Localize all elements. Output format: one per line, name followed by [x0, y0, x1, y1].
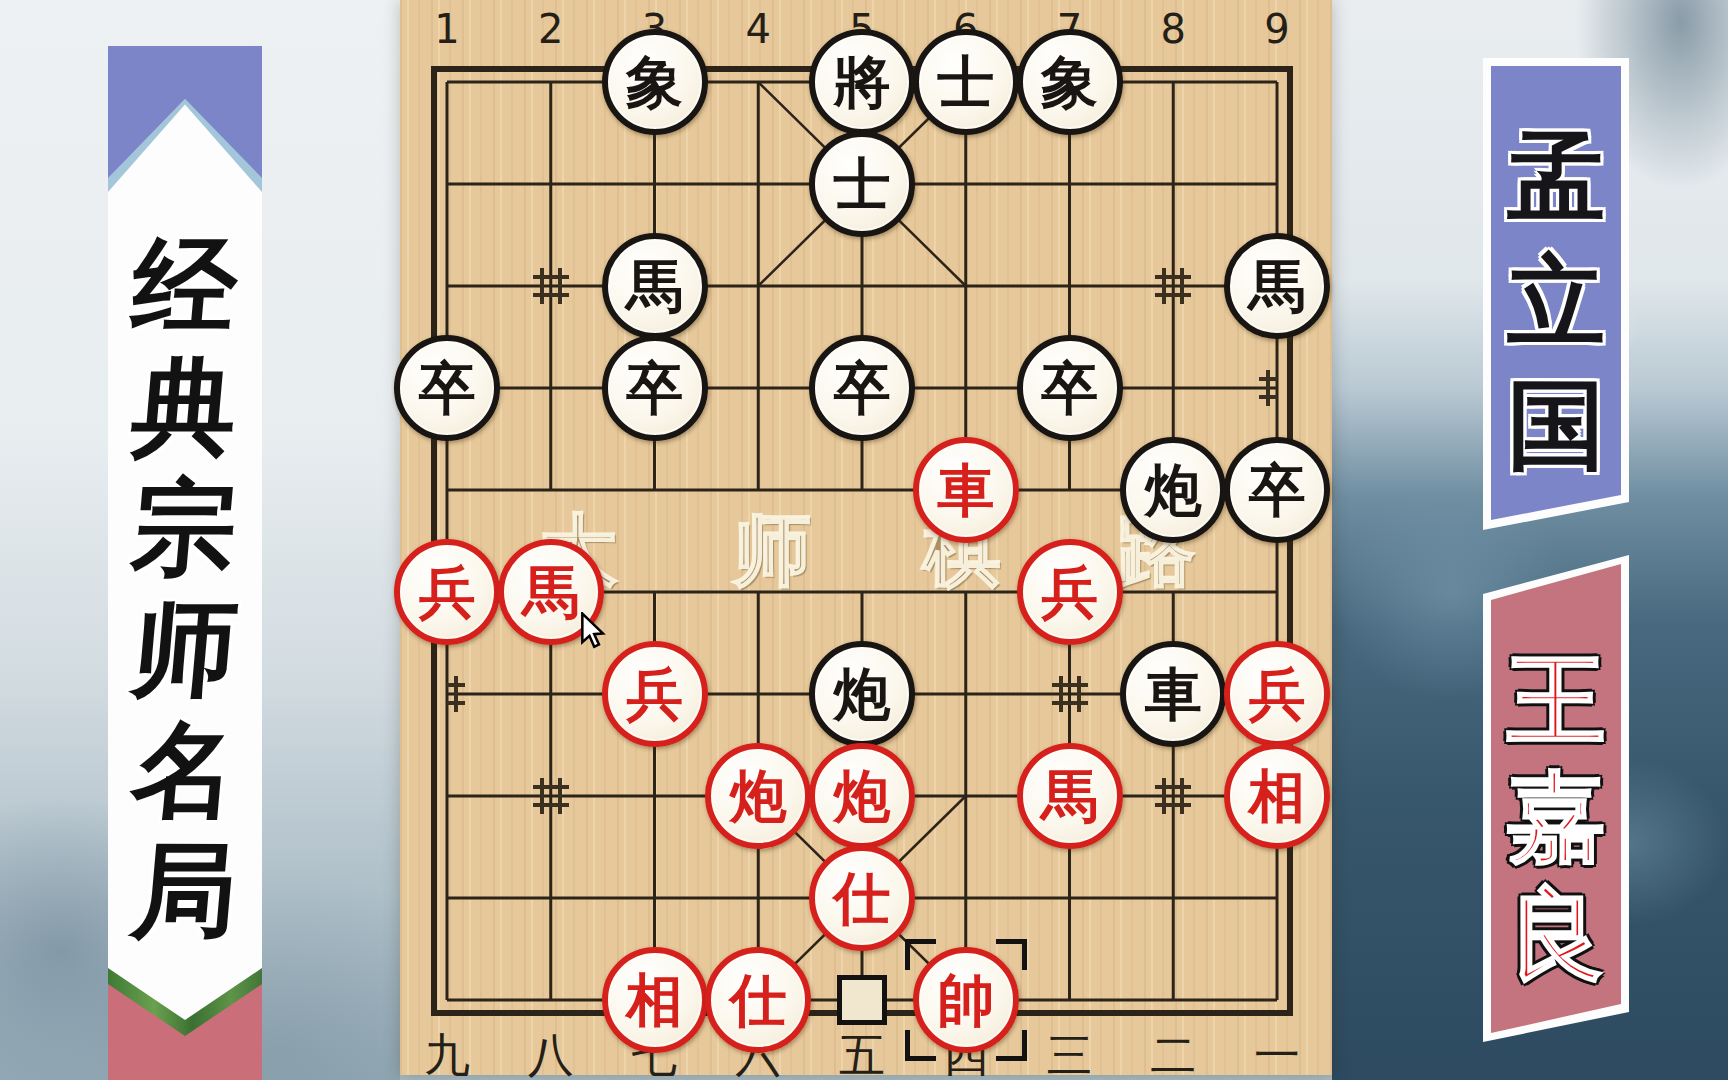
piece-red-elephant-f3r10[interactable]: 相: [602, 947, 708, 1053]
piece-red-chariot-f6r5[interactable]: 車: [913, 437, 1019, 543]
player-black-name-char: 国: [1507, 376, 1605, 474]
player-name-red: 王嘉良: [1483, 651, 1629, 983]
piece-black-elephant-f7r1[interactable]: 象: [1017, 29, 1123, 135]
mouse-cursor: [578, 612, 612, 650]
piece-black-soldier-f7r4[interactable]: 卒: [1017, 335, 1123, 441]
piece-red-cannon-f5r8[interactable]: 炮: [809, 743, 915, 849]
left-banner-char: 经: [128, 234, 241, 338]
left-banner-char: 局: [128, 839, 241, 943]
piece-black-cannon-f8r5[interactable]: 炮: [1120, 437, 1226, 543]
point-marker: [1052, 676, 1088, 712]
piece-black-soldier-f3r4[interactable]: 卒: [602, 335, 708, 441]
left-banner-char: 宗: [128, 476, 241, 580]
column-number-bottom: 三: [1047, 1030, 1093, 1080]
move-from-marker: [837, 975, 887, 1025]
player-name-black: 孟立国: [1483, 128, 1629, 474]
column-number-bottom: 一: [1254, 1030, 1300, 1080]
piece-red-advisor-f4r10[interactable]: 仕: [705, 947, 811, 1053]
piece-black-horse-f3r3[interactable]: 馬: [602, 233, 708, 339]
column-number-top: 1: [434, 6, 459, 52]
point-marker: [533, 268, 569, 304]
column-number-bottom: 九: [424, 1030, 470, 1080]
column-number-bottom: 八: [528, 1030, 574, 1080]
piece-red-soldier-f1r6[interactable]: 兵: [394, 539, 500, 645]
piece-red-elephant-f9r8[interactable]: 相: [1224, 743, 1330, 849]
piece-red-soldier-f9r7[interactable]: 兵: [1224, 641, 1330, 747]
column-number-top: 4: [746, 6, 771, 52]
left-title-banner: 经典宗师名局: [108, 46, 262, 1080]
player-black-name-char: 孟: [1507, 128, 1605, 226]
column-number-top: 9: [1264, 6, 1289, 52]
piece-red-horse-f7r8[interactable]: 馬: [1017, 743, 1123, 849]
column-number-top: 8: [1161, 6, 1186, 52]
piece-black-advisor-f6r1[interactable]: 士: [913, 29, 1019, 135]
point-marker: [1155, 778, 1191, 814]
left-banner-title: 经典宗师名局: [108, 234, 262, 943]
video-frame: 123456789 九八七六五四三二一 大师棋路 象將士象士馬馬卒卒卒卒炮卒炮車…: [0, 0, 1728, 1080]
piece-black-soldier-f9r5[interactable]: 卒: [1224, 437, 1330, 543]
piece-black-soldier-f5r4[interactable]: 卒: [809, 335, 915, 441]
column-number-bottom: 五: [839, 1030, 885, 1080]
point-marker: [1155, 268, 1191, 304]
player-red-name-char: 良: [1507, 885, 1605, 983]
column-number-top: 2: [538, 6, 563, 52]
left-banner-char: 名: [128, 718, 241, 822]
piece-black-king-f5r1[interactable]: 將: [809, 29, 915, 135]
column-number-bottom: 二: [1150, 1030, 1196, 1080]
player-banner-red: 王嘉良: [1483, 550, 1629, 1050]
piece-black-chariot-f8r7[interactable]: 車: [1120, 641, 1226, 747]
move-to-marker: [905, 939, 1027, 1061]
piece-red-cannon-f4r8[interactable]: 炮: [705, 743, 811, 849]
piece-red-soldier-f7r6[interactable]: 兵: [1017, 539, 1123, 645]
piece-black-horse-f9r3[interactable]: 馬: [1224, 233, 1330, 339]
player-black-name-char: 立: [1507, 252, 1605, 350]
player-red-name-char: 王: [1507, 651, 1605, 749]
piece-red-soldier-f3r7[interactable]: 兵: [602, 641, 708, 747]
left-banner-char: 典: [128, 355, 241, 459]
river-watermark-char: 师: [733, 499, 811, 604]
piece-black-elephant-f3r1[interactable]: 象: [602, 29, 708, 135]
piece-black-soldier-f1r4[interactable]: 卒: [394, 335, 500, 441]
player-red-name-char: 嘉: [1507, 768, 1605, 866]
left-banner-char: 师: [128, 597, 241, 701]
piece-black-cannon-f5r7[interactable]: 炮: [809, 641, 915, 747]
piece-black-advisor-f5r2[interactable]: 士: [809, 131, 915, 237]
left-banner-pink-bottom: [108, 932, 262, 1080]
point-marker: [533, 778, 569, 814]
player-banner-black: 孟立国: [1483, 58, 1629, 530]
piece-red-advisor-f5r9[interactable]: 仕: [809, 845, 915, 951]
